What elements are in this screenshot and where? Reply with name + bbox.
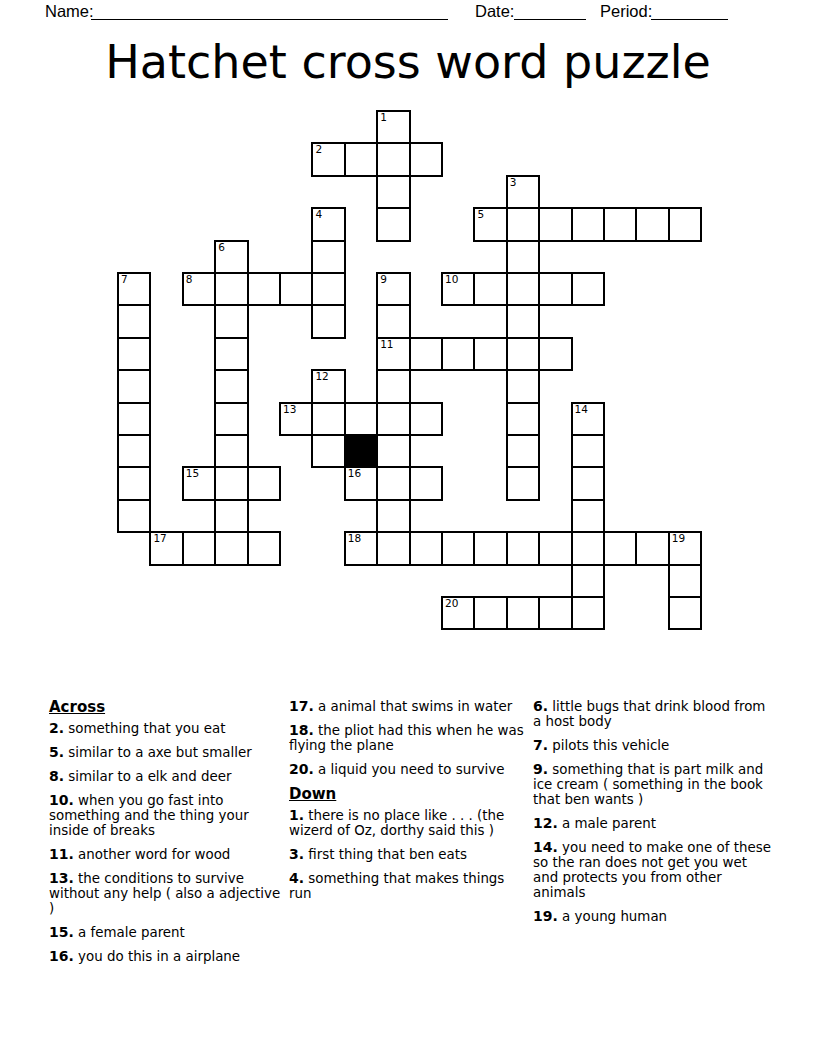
grid-cell-r2c8[interactable] [376, 175, 410, 209]
grid-cell-r8c12[interactable] [506, 369, 540, 403]
grid-cell-r4c3[interactable]: 6 [214, 240, 248, 274]
grid-cell-r3c8[interactable] [376, 207, 410, 241]
grid-cell-r3c12[interactable] [506, 207, 540, 241]
grid-cell-r13c17[interactable]: 19 [668, 531, 702, 565]
cell-number-20: 20 [445, 598, 458, 609]
grid-cell-r13c14[interactable] [571, 531, 605, 565]
grid-cell-r3c14[interactable] [571, 207, 605, 241]
clue-down-1: 1. there is no place like . . . (the wiz… [289, 808, 527, 838]
grid-cell-r11c12[interactable] [506, 466, 540, 500]
crossword-grid: 1234567891011121314151617181920 [117, 110, 702, 630]
clue-down-3: 3. first thing that ben eats [289, 847, 527, 862]
grid-cell-r7c3[interactable] [214, 337, 248, 371]
cell-number-9: 9 [380, 274, 387, 285]
clue-across-5: 5. similar to a axe but smaller [49, 745, 284, 760]
clue-across-20: 20. a liquid you need to survive [289, 762, 527, 777]
grid-cell-r5c4[interactable] [247, 272, 281, 306]
cell-number-18: 18 [348, 533, 361, 544]
cell-number-14: 14 [575, 404, 588, 415]
grid-cell-r9c0[interactable] [117, 402, 151, 436]
grid-cell-r5c12[interactable] [506, 272, 540, 306]
grid-cell-r10c3[interactable] [214, 434, 248, 468]
cell-number-10: 10 [445, 274, 458, 285]
cell-number-6: 6 [218, 242, 225, 253]
grid-cell-r11c4[interactable] [247, 466, 281, 500]
grid-cell-r5c8[interactable]: 9 [376, 272, 410, 306]
grid-cell-r6c12[interactable] [506, 304, 540, 338]
grid-cell-r7c11[interactable] [473, 337, 507, 371]
cell-number-1: 1 [380, 112, 387, 123]
cell-number-17: 17 [153, 533, 166, 544]
grid-cell-r9c9[interactable] [409, 402, 443, 436]
cell-number-12: 12 [315, 371, 328, 382]
grid-cell-r3c15[interactable] [603, 207, 637, 241]
grid-cell-r13c3[interactable] [214, 531, 248, 565]
clue-down-14: 14. you need to make one of these so the… [533, 840, 776, 900]
grid-cell-r5c5[interactable] [279, 272, 313, 306]
clue-across-11: 11. another word for wood [49, 847, 284, 862]
down-clues-header: Down [289, 786, 527, 802]
grid-cell-r13c11[interactable] [473, 531, 507, 565]
clue-across-8: 8. similar to a elk and deer [49, 769, 284, 784]
grid-cell-r11c0[interactable] [117, 466, 151, 500]
cell-number-7: 7 [121, 274, 128, 285]
grid-cell-r1c8[interactable] [376, 142, 410, 176]
cell-number-2: 2 [315, 144, 322, 155]
clue-across-2: 2. something that you eat [49, 721, 284, 736]
cell-number-8: 8 [186, 274, 193, 285]
cell-number-19: 19 [672, 533, 685, 544]
grid-cell-r10c14[interactable] [571, 434, 605, 468]
grid-cell-r9c7[interactable] [344, 402, 378, 436]
name-blank-line[interactable] [91, 2, 448, 20]
clue-down-6: 6. little bugs that drink blood from a h… [533, 699, 776, 729]
grid-cell-r13c9[interactable] [409, 531, 443, 565]
grid-cell-r5c0[interactable]: 7 [117, 272, 151, 306]
grid-cell-r6c8[interactable] [376, 304, 410, 338]
cell-number-3: 3 [510, 177, 517, 188]
grid-cell-r5c6[interactable] [311, 272, 345, 306]
grid-cell-r9c3[interactable] [214, 402, 248, 436]
grid-cell-r5c2[interactable]: 8 [182, 272, 216, 306]
grid-cell-r11c9[interactable] [409, 466, 443, 500]
grid-cell-r5c11[interactable] [473, 272, 507, 306]
grid-cell-r1c9[interactable] [409, 142, 443, 176]
clue-across-18: 18. the pliot had this when he was flyin… [289, 723, 527, 753]
grid-cell-r10c6[interactable] [311, 434, 345, 468]
grid-cell-r6c3[interactable] [214, 304, 248, 338]
puzzle-title: Hatchet cross word puzzle [0, 34, 816, 90]
cell-number-13: 13 [283, 404, 296, 415]
grid-cell-r10c12[interactable] [506, 434, 540, 468]
date-blank-line[interactable] [514, 2, 586, 20]
clue-down-4: 4. something that makes things run [289, 871, 527, 901]
clue-column-3: 6. little bugs that drink blood from a h… [533, 699, 776, 933]
grid-cell-r6c0[interactable] [117, 304, 151, 338]
grid-cell-r13c10[interactable] [441, 531, 475, 565]
grid-cell-r3c16[interactable] [635, 207, 669, 241]
cell-number-16: 16 [348, 468, 361, 479]
grid-cell-r15c10[interactable]: 20 [441, 596, 475, 630]
grid-cell-r7c9[interactable] [409, 337, 443, 371]
clue-down-12: 12. a male parent [533, 816, 776, 831]
grid-cell-r5c10[interactable]: 10 [441, 272, 475, 306]
grid-cell-r11c7[interactable]: 16 [344, 466, 378, 500]
period-label: Period: [600, 2, 652, 20]
grid-cell-r1c6[interactable]: 2 [311, 142, 345, 176]
grid-cell-r9c12[interactable] [506, 402, 540, 436]
grid-cell-r12c3[interactable] [214, 499, 248, 533]
grid-cell-r8c6[interactable]: 12 [311, 369, 345, 403]
grid-cell-r9c8[interactable] [376, 402, 410, 436]
grid-cell-r5c13[interactable] [538, 272, 572, 306]
grid-cell-r15c12[interactable] [506, 596, 540, 630]
clue-down-19: 19. a young human [533, 909, 776, 924]
grid-cell-r11c14[interactable] [571, 466, 605, 500]
grid-cell-r12c8[interactable] [376, 499, 410, 533]
grid-cell-r13c7[interactable]: 18 [344, 531, 378, 565]
grid-cell-r13c1[interactable]: 17 [149, 531, 183, 565]
clue-column-1: Across2. something that you eat5. simila… [49, 699, 284, 973]
grid-cell-r15c14[interactable] [571, 596, 605, 630]
grid-cell-r13c4[interactable] [247, 531, 281, 565]
clue-down-9: 9. something that is part milk and ice c… [533, 762, 776, 807]
grid-cell-r9c5[interactable]: 13 [279, 402, 313, 436]
clue-across-13: 13. the conditions to survive without an… [49, 871, 284, 916]
grid-cell-r15c13[interactable] [538, 596, 572, 630]
grid-cell-r12c14[interactable] [571, 499, 605, 533]
grid-cell-r7c0[interactable] [117, 337, 151, 371]
grid-cell-r7c8[interactable]: 11 [376, 337, 410, 371]
clue-down-7: 7. pilots this vehicle [533, 738, 776, 753]
cell-number-15: 15 [186, 468, 199, 479]
clue-across-10: 10. when you go fast into something and … [49, 793, 284, 838]
across-clues-header: Across [49, 699, 284, 715]
grid-cell-r13c8[interactable] [376, 531, 410, 565]
grid-cell-r14c14[interactable] [571, 564, 605, 598]
grid-cell-r10c0[interactable] [117, 434, 151, 468]
grid-cell-r2c12[interactable]: 3 [506, 175, 540, 209]
grid-cell-r10c8[interactable] [376, 434, 410, 468]
grid-cell-r6c6[interactable] [311, 304, 345, 338]
grid-cell-r11c3[interactable] [214, 466, 248, 500]
grid-cell-r13c15[interactable] [603, 531, 637, 565]
grid-cell-r14c17[interactable] [668, 564, 702, 598]
grid-cell-r9c6[interactable] [311, 402, 345, 436]
grid-cell-r8c8[interactable] [376, 369, 410, 403]
grid-cell-r13c13[interactable] [538, 531, 572, 565]
cell-number-11: 11 [380, 339, 393, 350]
cell-number-4: 4 [315, 209, 322, 220]
grid-cell-r11c2[interactable]: 15 [182, 466, 216, 500]
date-label: Date: [475, 2, 514, 20]
grid-cell-r3c11[interactable]: 5 [473, 207, 507, 241]
grid-cell-r0c8[interactable]: 1 [376, 110, 410, 144]
clue-across-17: 17. a animal that swims in water [289, 699, 527, 714]
clue-across-16: 16. you do this in a airplane [49, 949, 284, 964]
grid-cell-r8c0[interactable] [117, 369, 151, 403]
grid-cell-r13c2[interactable] [182, 531, 216, 565]
grid-cell-r12c0[interactable] [117, 499, 151, 533]
grid-cell-r15c17[interactable] [668, 596, 702, 630]
grid-cell-r13c12[interactable] [506, 531, 540, 565]
cell-number-5: 5 [477, 209, 484, 220]
grid-cell-r15c11[interactable] [473, 596, 507, 630]
grid-cell-r8c3[interactable] [214, 369, 248, 403]
grid-cell-r3c17[interactable] [668, 207, 702, 241]
grid-cell-r4c6[interactable] [311, 240, 345, 274]
grid-cell-r13c16[interactable] [635, 531, 669, 565]
grid-cell-r1c7[interactable] [344, 142, 378, 176]
name-label: Name: [45, 2, 94, 20]
grid-cell-r5c14[interactable] [571, 272, 605, 306]
grid-cell-r3c13[interactable] [538, 207, 572, 241]
grid-cell-r9c14[interactable]: 14 [571, 402, 605, 436]
grid-cell-r7c13[interactable] [538, 337, 572, 371]
grid-cell-r5c3[interactable] [214, 272, 248, 306]
period-blank-line[interactable] [651, 2, 728, 20]
clue-column-2: 17. a animal that swims in water18. the … [289, 699, 527, 910]
black-cell [344, 434, 378, 468]
grid-cell-r3c6[interactable]: 4 [311, 207, 345, 241]
grid-cell-r4c12[interactable] [506, 240, 540, 274]
grid-cell-r7c10[interactable] [441, 337, 475, 371]
grid-cell-r11c8[interactable] [376, 466, 410, 500]
grid-cell-r7c12[interactable] [506, 337, 540, 371]
clue-across-15: 15. a female parent [49, 925, 284, 940]
